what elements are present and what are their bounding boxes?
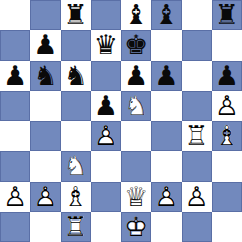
square-g2[interactable]: ♟♙: [182, 182, 212, 212]
piece-solid-layer: ♛: [91, 30, 121, 60]
white-rook-icon[interactable]: ♜♖: [61, 212, 91, 242]
piece-outline-layer: ♙: [30, 182, 60, 212]
square-d8[interactable]: [91, 0, 121, 30]
square-c4[interactable]: [61, 121, 91, 151]
black-pawn-icon[interactable]: ♟: [30, 30, 60, 60]
square-g5[interactable]: [182, 91, 212, 121]
black-knight-icon[interactable]: ♞: [30, 61, 60, 91]
white-king-icon[interactable]: ♚♔: [121, 212, 151, 242]
piece-outline-layer: ♗: [61, 182, 91, 212]
square-f6[interactable]: ♟: [151, 61, 181, 91]
square-c6[interactable]: ♞: [61, 61, 91, 91]
square-h3[interactable]: [212, 151, 242, 181]
piece-solid-layer: ♟: [151, 61, 181, 91]
square-h6[interactable]: ♟: [212, 61, 242, 91]
black-pawn-icon[interactable]: ♟: [91, 91, 121, 121]
piece-outline-layer: ♗: [212, 121, 242, 151]
white-pawn-icon[interactable]: ♟♙: [182, 182, 212, 212]
square-e8[interactable]: ♝: [121, 0, 151, 30]
piece-outline-layer: ♙: [212, 91, 242, 121]
square-d5[interactable]: ♟: [91, 91, 121, 121]
piece-solid-layer: ♝: [121, 0, 151, 30]
white-knight-icon[interactable]: ♞♘: [121, 91, 151, 121]
white-bishop-icon[interactable]: ♝♗: [212, 121, 242, 151]
piece-solid-layer: ♟: [121, 61, 151, 91]
piece-outline-layer: ♙: [0, 182, 30, 212]
square-e5[interactable]: ♞♘: [121, 91, 151, 121]
white-knight-icon[interactable]: ♞♘: [61, 151, 91, 181]
piece-outline-layer: ♘: [61, 151, 91, 181]
square-h2[interactable]: [212, 182, 242, 212]
square-a6[interactable]: ♟: [0, 61, 30, 91]
square-g7[interactable]: [182, 30, 212, 60]
square-c5[interactable]: [61, 91, 91, 121]
square-a8[interactable]: [0, 0, 30, 30]
square-b8[interactable]: [30, 0, 60, 30]
piece-outline-layer: ♖: [182, 121, 212, 151]
black-knight-icon[interactable]: ♞: [61, 61, 91, 91]
square-b6[interactable]: ♞: [30, 61, 60, 91]
square-b2[interactable]: ♟♙: [30, 182, 60, 212]
square-e3[interactable]: [121, 151, 151, 181]
piece-outline-layer: ♘: [121, 91, 151, 121]
square-f2[interactable]: ♟♙: [151, 182, 181, 212]
square-a4[interactable]: [0, 121, 30, 151]
square-b1[interactable]: [30, 212, 60, 242]
square-e6[interactable]: ♟: [121, 61, 151, 91]
piece-solid-layer: ♟: [0, 61, 30, 91]
square-a2[interactable]: ♟♙: [0, 182, 30, 212]
square-g1[interactable]: [182, 212, 212, 242]
white-pawn-icon[interactable]: ♟♙: [30, 182, 60, 212]
square-f1[interactable]: [151, 212, 181, 242]
square-g8[interactable]: [182, 0, 212, 30]
square-g3[interactable]: [182, 151, 212, 181]
black-pawn-icon[interactable]: ♟: [121, 61, 151, 91]
square-c1[interactable]: ♜♖: [61, 212, 91, 242]
black-bishop-icon[interactable]: ♝: [151, 0, 181, 30]
square-d2[interactable]: [91, 182, 121, 212]
piece-solid-layer: ♟: [212, 61, 242, 91]
square-c2[interactable]: ♝♗: [61, 182, 91, 212]
square-e2[interactable]: ♛♕: [121, 182, 151, 212]
square-b3[interactable]: [30, 151, 60, 181]
square-h1[interactable]: [212, 212, 242, 242]
square-a5[interactable]: [0, 91, 30, 121]
white-pawn-icon[interactable]: ♟♙: [91, 121, 121, 151]
white-queen-icon[interactable]: ♛♕: [121, 182, 151, 212]
piece-solid-layer: ♟: [30, 30, 60, 60]
square-d1[interactable]: [91, 212, 121, 242]
black-pawn-icon[interactable]: ♟: [212, 61, 242, 91]
black-rook-icon[interactable]: ♜: [212, 0, 242, 30]
square-a7[interactable]: [0, 30, 30, 60]
square-c8[interactable]: ♜: [61, 0, 91, 30]
square-f5[interactable]: [151, 91, 181, 121]
square-h8[interactable]: ♜: [212, 0, 242, 30]
square-h7[interactable]: [212, 30, 242, 60]
black-bishop-icon[interactable]: ♝: [121, 0, 151, 30]
piece-solid-layer: ♞: [61, 61, 91, 91]
white-rook-icon[interactable]: ♜♖: [182, 121, 212, 151]
square-e4[interactable]: [121, 121, 151, 151]
square-d6[interactable]: [91, 61, 121, 91]
piece-outline-layer: ♙: [91, 121, 121, 151]
white-pawn-icon[interactable]: ♟♙: [0, 182, 30, 212]
square-d7[interactable]: ♛: [91, 30, 121, 60]
piece-outline-layer: ♙: [182, 182, 212, 212]
square-h4[interactable]: ♝♗: [212, 121, 242, 151]
square-c7[interactable]: [61, 30, 91, 60]
square-g4[interactable]: ♜♖: [182, 121, 212, 151]
square-d3[interactable]: [91, 151, 121, 181]
piece-solid-layer: ♚: [121, 30, 151, 60]
piece-solid-layer: ♜: [212, 0, 242, 30]
chess-board: ♜♝♝♜♟♛♚♟♞♞♟♟♟♟♞♘♟♙♟♙♜♖♝♗♞♘♟♙♟♙♝♗♛♕♟♙♟♙♜♖…: [0, 0, 242, 242]
square-e7[interactable]: ♚: [121, 30, 151, 60]
black-rook-icon[interactable]: ♜: [61, 0, 91, 30]
piece-solid-layer: ♞: [30, 61, 60, 91]
piece-outline-layer: ♙: [151, 182, 181, 212]
square-f4[interactable]: [151, 121, 181, 151]
black-pawn-icon[interactable]: ♟: [0, 61, 30, 91]
piece-solid-layer: ♜: [61, 0, 91, 30]
piece-outline-layer: ♕: [121, 182, 151, 212]
chess-board-wrap: ♜♝♝♜♟♛♚♟♞♞♟♟♟♟♞♘♟♙♟♙♜♖♝♗♞♘♟♙♟♙♝♗♛♕♟♙♟♙♜♖…: [0, 0, 242, 242]
square-d4[interactable]: ♟♙: [91, 121, 121, 151]
piece-outline-layer: ♔: [121, 212, 151, 242]
square-f7[interactable]: [151, 30, 181, 60]
white-pawn-icon[interactable]: ♟♙: [212, 91, 242, 121]
piece-outline-layer: ♖: [61, 212, 91, 242]
square-a1[interactable]: [0, 212, 30, 242]
square-b4[interactable]: [30, 121, 60, 151]
black-queen-icon[interactable]: ♛: [91, 30, 121, 60]
piece-solid-layer: ♟: [91, 91, 121, 121]
white-bishop-icon[interactable]: ♝♗: [61, 182, 91, 212]
square-c3[interactable]: ♞♘: [61, 151, 91, 181]
piece-solid-layer: ♝: [151, 0, 181, 30]
black-king-icon[interactable]: ♚: [121, 30, 151, 60]
white-pawn-icon[interactable]: ♟♙: [151, 182, 181, 212]
square-a3[interactable]: [0, 151, 30, 181]
square-e1[interactable]: ♚♔: [121, 212, 151, 242]
black-pawn-icon[interactable]: ♟: [151, 61, 181, 91]
square-b5[interactable]: [30, 91, 60, 121]
square-f8[interactable]: ♝: [151, 0, 181, 30]
square-h5[interactable]: ♟♙: [212, 91, 242, 121]
square-b7[interactable]: ♟: [30, 30, 60, 60]
square-g6[interactable]: [182, 61, 212, 91]
square-f3[interactable]: [151, 151, 181, 181]
